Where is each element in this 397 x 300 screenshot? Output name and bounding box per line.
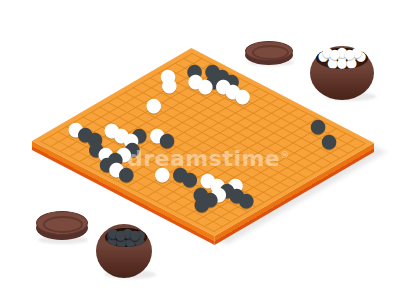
- black-stone[interactable]: ●: [236, 189, 256, 209]
- black-stone-pebble: ●: [129, 228, 140, 241]
- black-stone[interactable]: ●: [319, 130, 339, 150]
- white-stone[interactable]: ●: [195, 75, 215, 95]
- black-stone-bowl[interactable]: ●●●●●●●● ●●●●: [96, 222, 152, 278]
- white-stone[interactable]: ●: [159, 74, 179, 94]
- lid-top-face: [36, 211, 88, 235]
- watermark-text: dreamstime: [127, 146, 280, 171]
- go-scene: ●●●●●●●●●●●●●●●●●●●●●●●●●●●●●●●●●●●●●●●●…: [0, 0, 397, 300]
- bowl-stone-heap: ●●●●●: [310, 45, 374, 58]
- bowl-stone-heap: ●●●●: [96, 226, 152, 239]
- white-stone-pebble: ●: [329, 47, 340, 60]
- white-stone-pebble: ●: [344, 47, 355, 60]
- watermark-registered-icon: ®: [280, 150, 290, 160]
- watermark: dreamstime®: [127, 146, 277, 171]
- black-stone[interactable]: ●: [192, 193, 212, 213]
- white-stone[interactable]: ●: [144, 94, 164, 114]
- white-stone-bowl[interactable]: ●●●●●●●● ●●●●●: [310, 44, 374, 100]
- white-stone[interactable]: ●: [232, 85, 252, 105]
- black-bowl-lid: [36, 211, 88, 243]
- white-bowl-lid: [245, 41, 293, 67]
- lid-top-face: [245, 41, 293, 61]
- black-stone-pebble: ●: [115, 228, 126, 241]
